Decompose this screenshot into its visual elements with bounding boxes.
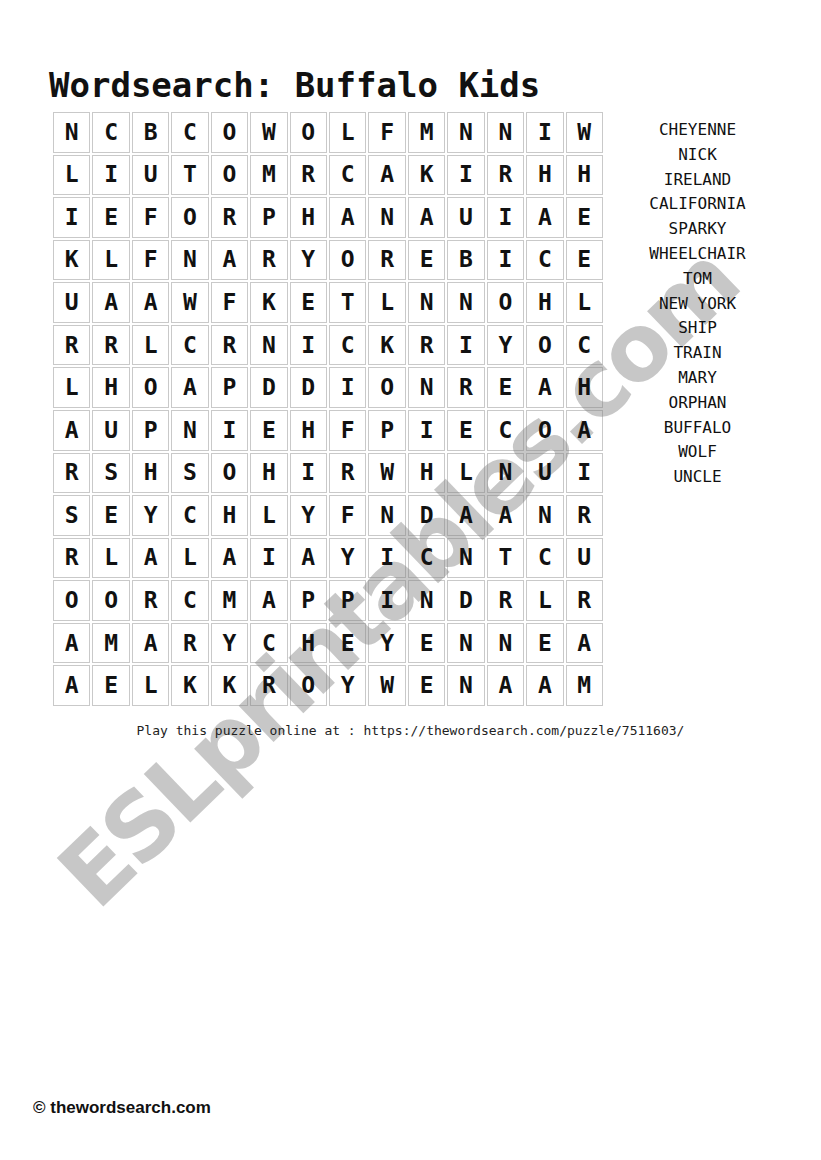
cell-letter: F [144, 248, 158, 271]
grid-cell: O [211, 112, 248, 153]
cell-letter: R [459, 376, 473, 399]
cell-letter: C [183, 334, 197, 357]
wordsearch-page: Wordsearch: Buffalo Kids NCBCOWOLFMNNIWL… [0, 0, 821, 1160]
cell-letter: U [104, 419, 118, 442]
cell-letter: E [104, 504, 118, 527]
cell-letter: C [341, 334, 355, 357]
grid-cell: E [290, 282, 327, 323]
cell-letter: S [183, 461, 197, 484]
cell-letter: O [222, 121, 236, 144]
grid-cell: A [171, 367, 208, 408]
grid-cell: C [250, 623, 287, 664]
word-list-item: WHEELCHAIR [617, 242, 778, 267]
grid-cell: L [526, 580, 563, 621]
cell-letter: C [104, 121, 118, 144]
cell-letter: N [459, 546, 473, 569]
cell-letter: M [262, 163, 276, 186]
grid-cell: A [53, 410, 90, 451]
cell-letter: I [538, 121, 552, 144]
cell-letter: N [538, 504, 552, 527]
grid-cell: A [368, 155, 405, 196]
cell-letter: I [65, 206, 79, 229]
cell-letter: O [301, 674, 315, 697]
cell-letter: L [577, 291, 591, 314]
cell-letter: R [262, 674, 276, 697]
cell-letter: D [420, 504, 434, 527]
grid-cell: P [211, 367, 248, 408]
grid-cell: R [211, 197, 248, 238]
grid-cell: P [290, 580, 327, 621]
cell-letter: I [380, 589, 394, 612]
cell-letter: E [104, 674, 118, 697]
cell-letter: K [380, 334, 394, 357]
cell-letter: C [183, 121, 197, 144]
grid-cell: O [290, 665, 327, 706]
cell-letter: L [144, 674, 158, 697]
cell-letter: W [380, 461, 394, 484]
cell-letter: D [262, 376, 276, 399]
cell-letter: A [144, 291, 158, 314]
cell-letter: U [144, 163, 158, 186]
puzzle-url[interactable]: https://thewordsearch.com/puzzle/7511603… [364, 723, 685, 738]
grid-cell: Y [329, 538, 366, 579]
grid-cell: R [447, 367, 484, 408]
cell-letter: A [380, 163, 394, 186]
grid-cell: C [92, 112, 129, 153]
cell-letter: A [498, 504, 512, 527]
grid-cell: O [92, 580, 129, 621]
cell-letter: W [183, 291, 197, 314]
grid-cell: S [171, 453, 208, 494]
cell-letter: O [538, 334, 552, 357]
cell-letter: P [341, 589, 355, 612]
grid-cell: O [290, 112, 327, 153]
grid-cell: D [447, 580, 484, 621]
cell-letter: A [577, 632, 591, 655]
cell-letter: E [104, 206, 118, 229]
grid-cell: K [408, 155, 445, 196]
grid-cell: E [566, 240, 603, 281]
grid-cell: A [566, 410, 603, 451]
grid-cell: N [526, 495, 563, 536]
grid-cell: R [53, 453, 90, 494]
cell-letter: E [498, 376, 512, 399]
cell-letter: S [65, 504, 79, 527]
cell-letter: R [577, 504, 591, 527]
grid-cell: U [92, 410, 129, 451]
grid-cell: I [447, 325, 484, 366]
cell-letter: C [498, 419, 512, 442]
cell-letter: I [420, 419, 434, 442]
grid-cell: I [329, 367, 366, 408]
grid-cell: U [132, 155, 169, 196]
grid-cell: L [53, 155, 90, 196]
cell-letter: I [222, 419, 236, 442]
cell-letter: F [144, 206, 158, 229]
grid-cell: N [408, 282, 445, 323]
grid-cell: H [526, 155, 563, 196]
cell-letter: R [65, 334, 79, 357]
grid-cell: A [53, 623, 90, 664]
cell-letter: N [498, 121, 512, 144]
grid-cell: U [526, 453, 563, 494]
cell-letter: N [459, 674, 473, 697]
word-list-item: MARY [617, 366, 778, 391]
cell-letter: E [538, 632, 552, 655]
grid-cell: O [132, 367, 169, 408]
grid-cell: O [53, 580, 90, 621]
grid-cell: O [487, 282, 524, 323]
cell-letter: A [65, 419, 79, 442]
cell-letter: D [301, 376, 315, 399]
cell-letter: S [104, 461, 118, 484]
cell-letter: N [459, 121, 473, 144]
grid-cell: Y [290, 495, 327, 536]
grid-cell: D [250, 367, 287, 408]
grid-cell: I [368, 580, 405, 621]
cell-letter: P [144, 419, 158, 442]
grid-cell: C [171, 495, 208, 536]
grid-cell: P [368, 410, 405, 451]
cell-letter: O [222, 461, 236, 484]
grid-cell: C [487, 410, 524, 451]
cell-letter: L [459, 461, 473, 484]
cell-letter: H [104, 376, 118, 399]
cell-letter: A [538, 206, 552, 229]
grid-cell: F [329, 410, 366, 451]
cell-letter: E [420, 248, 434, 271]
cell-letter: N [380, 206, 394, 229]
cell-letter: L [538, 589, 552, 612]
grid-cell: E [447, 410, 484, 451]
grid-cell: W [566, 112, 603, 153]
grid-cell: Y [368, 623, 405, 664]
grid-cell: D [290, 367, 327, 408]
grid-cell: E [526, 623, 563, 664]
grid-cell: L [53, 367, 90, 408]
cell-letter: N [498, 632, 512, 655]
grid-cell: L [329, 112, 366, 153]
grid-cell: R [329, 453, 366, 494]
cell-letter: A [498, 674, 512, 697]
cell-letter: A [144, 632, 158, 655]
grid-cell: C [526, 240, 563, 281]
grid-cell: T [329, 282, 366, 323]
cell-letter: E [577, 206, 591, 229]
cell-letter: R [144, 589, 158, 612]
word-list-item: CALIFORNIA [617, 192, 778, 217]
grid-cell: C [329, 155, 366, 196]
grid-cell: I [53, 197, 90, 238]
grid-cell: L [132, 325, 169, 366]
cell-letter: H [577, 376, 591, 399]
grid-cell: N [487, 453, 524, 494]
grid-cell: R [290, 155, 327, 196]
grid-cell: H [290, 197, 327, 238]
grid-cell: M [408, 112, 445, 153]
cell-letter: C [420, 546, 434, 569]
grid-cell: H [408, 453, 445, 494]
cell-letter: H [538, 291, 552, 314]
grid-cell: L [566, 282, 603, 323]
grid-cell: K [368, 325, 405, 366]
cell-letter: U [65, 291, 79, 314]
grid-cell: H [92, 367, 129, 408]
grid-cell: P [250, 197, 287, 238]
cell-letter: A [183, 376, 197, 399]
cell-letter: O [104, 589, 118, 612]
cell-letter: L [65, 163, 79, 186]
grid-cell: R [368, 240, 405, 281]
grid-cell: A [132, 538, 169, 579]
cell-letter: N [420, 291, 434, 314]
cell-letter: O [144, 376, 158, 399]
grid-cell: C [329, 325, 366, 366]
cell-letter: N [183, 419, 197, 442]
cell-letter: N [380, 504, 394, 527]
cell-letter: H [301, 206, 315, 229]
grid-cell: K [250, 282, 287, 323]
grid-cell: W [368, 453, 405, 494]
grid-cell: H [526, 282, 563, 323]
cell-letter: E [420, 632, 434, 655]
grid-cell: A [132, 282, 169, 323]
grid-cell: A [566, 623, 603, 664]
grid-cell: W [250, 112, 287, 153]
grid-cell: N [447, 282, 484, 323]
grid-cell: P [329, 580, 366, 621]
cell-letter: L [65, 376, 79, 399]
grid-cell: R [250, 240, 287, 281]
cell-letter: T [183, 163, 197, 186]
cell-letter: O [341, 248, 355, 271]
grid-cell: O [368, 367, 405, 408]
cell-letter: R [183, 632, 197, 655]
cell-letter: E [262, 419, 276, 442]
grid-cell: C [408, 538, 445, 579]
grid-cell: Y [329, 665, 366, 706]
grid-cell: I [487, 197, 524, 238]
grid-cell: E [329, 623, 366, 664]
cell-letter: L [104, 546, 118, 569]
cell-letter: Y [301, 504, 315, 527]
grid-cell: A [53, 665, 90, 706]
cell-letter: R [577, 589, 591, 612]
grid-cell: U [53, 282, 90, 323]
grid-cell: T [171, 155, 208, 196]
cell-letter: K [420, 163, 434, 186]
grid-cell: R [132, 580, 169, 621]
cell-letter: O [65, 589, 79, 612]
grid-cell: R [487, 155, 524, 196]
word-list-item: SPARKY [617, 217, 778, 242]
grid-cell: A [487, 665, 524, 706]
grid-cell: B [132, 112, 169, 153]
grid-cell: H [290, 410, 327, 451]
cell-letter: A [538, 376, 552, 399]
cell-letter: K [65, 248, 79, 271]
cell-letter: R [222, 334, 236, 357]
cell-letter: A [65, 632, 79, 655]
grid-cell: A [526, 665, 563, 706]
grid-cell: A [132, 623, 169, 664]
cell-letter: K [183, 674, 197, 697]
word-list: CHEYENNENICKIRELANDCALIFORNIASPARKYWHEEL… [617, 118, 778, 490]
grid-cell: U [566, 538, 603, 579]
grid-cell: Y [132, 495, 169, 536]
cell-letter: M [222, 589, 236, 612]
cell-letter: I [459, 163, 473, 186]
cell-letter: O [498, 291, 512, 314]
cell-letter: Y [341, 546, 355, 569]
grid-cell: R [566, 495, 603, 536]
grid-cell: Y [487, 325, 524, 366]
cell-letter: H [222, 504, 236, 527]
grid-cell: I [211, 410, 248, 451]
grid-cell: O [526, 410, 563, 451]
cell-letter: L [380, 291, 394, 314]
grid-cell: A [211, 240, 248, 281]
cell-letter: N [262, 334, 276, 357]
grid-cell: R [53, 538, 90, 579]
grid-cell: F [132, 240, 169, 281]
cell-letter: C [183, 589, 197, 612]
cell-letter: D [459, 589, 473, 612]
grid-cell: S [53, 495, 90, 536]
cell-letter: O [183, 206, 197, 229]
cell-letter: P [380, 419, 394, 442]
word-list-item: WOLF [617, 440, 778, 465]
grid-cell: S [92, 453, 129, 494]
grid-cell: M [211, 580, 248, 621]
cell-letter: C [341, 163, 355, 186]
grid-cell: C [171, 112, 208, 153]
cell-letter: H [262, 461, 276, 484]
grid-cell: T [487, 538, 524, 579]
cell-letter: Y [341, 674, 355, 697]
grid-cell: E [408, 665, 445, 706]
cell-letter: R [498, 163, 512, 186]
page-title: Wordsearch: Buffalo Kids [49, 65, 540, 105]
grid-cell: H [566, 155, 603, 196]
grid-cell: O [526, 325, 563, 366]
grid-cell: K [53, 240, 90, 281]
cell-letter: A [459, 504, 473, 527]
cell-letter: U [459, 206, 473, 229]
cell-letter: U [577, 546, 591, 569]
cell-letter: M [104, 632, 118, 655]
grid-cell: H [290, 623, 327, 664]
grid-cell: I [566, 453, 603, 494]
grid-cell: N [487, 112, 524, 153]
cell-letter: M [420, 121, 434, 144]
cell-letter: E [420, 674, 434, 697]
cell-letter: E [301, 291, 315, 314]
cell-letter: H [301, 632, 315, 655]
cell-letter: C [538, 546, 552, 569]
wordsearch-grid: NCBCOWOLFMNNIWLIUTOMRCAKIRHHIEFORPHANAUI… [53, 112, 603, 706]
cell-letter: I [341, 376, 355, 399]
cell-letter: R [222, 206, 236, 229]
grid-cell: C [171, 580, 208, 621]
grid-cell: O [211, 453, 248, 494]
grid-cell: O [211, 155, 248, 196]
cell-letter: I [380, 546, 394, 569]
grid-cell: E [566, 197, 603, 238]
grid-cell: C [171, 325, 208, 366]
cell-letter: Y [498, 334, 512, 357]
grid-cell: C [566, 325, 603, 366]
cell-letter: C [538, 248, 552, 271]
grid-cell: C [526, 538, 563, 579]
grid-cell: L [92, 240, 129, 281]
cell-letter: T [498, 546, 512, 569]
cell-letter: I [301, 334, 315, 357]
cell-letter: N [420, 589, 434, 612]
grid-cell: L [368, 282, 405, 323]
grid-cell: N [447, 665, 484, 706]
grid-cell: N [447, 538, 484, 579]
cell-letter: I [459, 334, 473, 357]
cell-letter: N [65, 121, 79, 144]
grid-cell: M [566, 665, 603, 706]
grid-cell: K [211, 665, 248, 706]
cell-letter: A [301, 546, 315, 569]
cell-letter: A [144, 546, 158, 569]
grid-cell: N [447, 623, 484, 664]
cell-letter: R [420, 334, 434, 357]
grid-cell: R [92, 325, 129, 366]
cell-letter: P [301, 589, 315, 612]
cell-letter: T [341, 291, 355, 314]
cell-letter: H [144, 461, 158, 484]
grid-cell: L [171, 538, 208, 579]
cell-letter: I [262, 546, 276, 569]
grid-cell: I [487, 240, 524, 281]
grid-cell: R [250, 665, 287, 706]
grid-cell: H [250, 453, 287, 494]
grid-cell: N [250, 325, 287, 366]
grid-cell: O [171, 197, 208, 238]
copyright-notice: © thewordsearch.com [33, 1098, 211, 1118]
grid-cell: N [368, 197, 405, 238]
grid-cell: K [171, 665, 208, 706]
cell-letter: B [144, 121, 158, 144]
cell-letter: A [222, 546, 236, 569]
cell-letter: C [577, 334, 591, 357]
grid-cell: E [487, 367, 524, 408]
grid-cell: I [368, 538, 405, 579]
grid-cell: A [329, 197, 366, 238]
word-list-item: UNCLE [617, 465, 778, 490]
grid-cell: W [368, 665, 405, 706]
grid-cell: R [487, 580, 524, 621]
grid-cell: L [447, 453, 484, 494]
word-list-item: SHIP [617, 316, 778, 341]
cell-letter: Y [144, 504, 158, 527]
grid-cell: N [408, 580, 445, 621]
cell-letter: W [577, 121, 591, 144]
cell-letter: O [301, 121, 315, 144]
word-list-item: IRELAND [617, 168, 778, 193]
grid-cell: I [447, 155, 484, 196]
grid-cell: A [408, 197, 445, 238]
grid-cell: L [92, 538, 129, 579]
cell-letter: Y [222, 632, 236, 655]
cell-letter: A [262, 589, 276, 612]
cell-letter: H [538, 163, 552, 186]
cell-letter: A [420, 206, 434, 229]
